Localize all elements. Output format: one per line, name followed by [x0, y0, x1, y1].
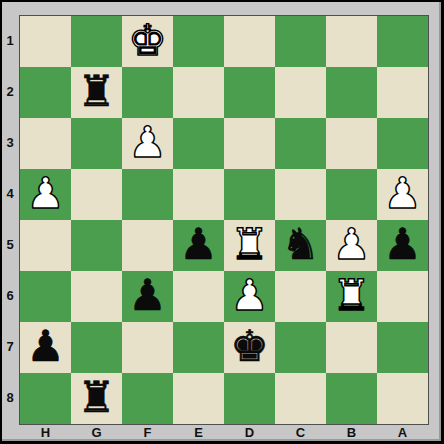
piece-black-pawn[interactable]: ♟ — [179, 219, 218, 270]
square-b7[interactable] — [326, 322, 377, 373]
square-b1[interactable] — [326, 16, 377, 67]
piece-white-pawn[interactable]: ♟ — [26, 168, 65, 219]
rank-label-1: 1 — [2, 15, 18, 66]
square-e8[interactable] — [173, 373, 224, 424]
square-c1[interactable] — [275, 16, 326, 67]
rank-label-8: 8 — [2, 372, 18, 423]
file-label-g: G — [71, 425, 122, 440]
square-d1[interactable] — [224, 16, 275, 67]
piece-white-rook[interactable]: ♜ — [230, 219, 269, 270]
square-b8[interactable] — [326, 373, 377, 424]
square-a3[interactable] — [377, 118, 428, 169]
rank-label-2: 2 — [2, 66, 18, 117]
square-h4[interactable]: ♟ — [20, 169, 71, 220]
square-e1[interactable] — [173, 16, 224, 67]
square-h3[interactable] — [20, 118, 71, 169]
square-f8[interactable] — [122, 373, 173, 424]
square-d5[interactable]: ♜ — [224, 220, 275, 271]
piece-black-rook[interactable]: ♜ — [77, 66, 116, 117]
piece-black-rook[interactable]: ♜ — [77, 372, 116, 423]
square-c7[interactable] — [275, 322, 326, 373]
square-f3[interactable]: ♟ — [122, 118, 173, 169]
square-h6[interactable] — [20, 271, 71, 322]
file-label-a: A — [377, 425, 428, 440]
square-g1[interactable] — [71, 16, 122, 67]
piece-white-rook[interactable]: ♜ — [332, 270, 371, 321]
square-b6[interactable]: ♜ — [326, 271, 377, 322]
file-label-b: B — [326, 425, 377, 440]
piece-black-pawn[interactable]: ♟ — [26, 321, 65, 372]
piece-white-pawn[interactable]: ♟ — [230, 270, 269, 321]
square-h7[interactable]: ♟ — [20, 322, 71, 373]
rank-label-7: 7 — [2, 321, 18, 372]
file-label-d: D — [224, 425, 275, 440]
square-f6[interactable]: ♟ — [122, 271, 173, 322]
square-b3[interactable] — [326, 118, 377, 169]
piece-black-king[interactable]: ♚ — [230, 321, 269, 372]
square-c2[interactable] — [275, 67, 326, 118]
square-h2[interactable] — [20, 67, 71, 118]
piece-black-knight[interactable]: ♞ — [281, 219, 320, 270]
rank-label-6: 6 — [2, 270, 18, 321]
square-g3[interactable] — [71, 118, 122, 169]
square-e7[interactable] — [173, 322, 224, 373]
square-e6[interactable] — [173, 271, 224, 322]
square-d6[interactable]: ♟ — [224, 271, 275, 322]
square-c8[interactable] — [275, 373, 326, 424]
square-f1[interactable]: ♚ — [122, 16, 173, 67]
square-f2[interactable] — [122, 67, 173, 118]
file-label-c: C — [275, 425, 326, 440]
rank-label-5: 5 — [2, 219, 18, 270]
rank-label-3: 3 — [2, 117, 18, 168]
square-a4[interactable]: ♟ — [377, 169, 428, 220]
square-d4[interactable] — [224, 169, 275, 220]
piece-white-pawn[interactable]: ♟ — [332, 219, 371, 270]
square-b2[interactable] — [326, 67, 377, 118]
square-a8[interactable] — [377, 373, 428, 424]
square-a2[interactable] — [377, 67, 428, 118]
piece-black-pawn[interactable]: ♟ — [383, 219, 422, 270]
file-label-e: E — [173, 425, 224, 440]
square-e5[interactable]: ♟ — [173, 220, 224, 271]
file-label-h: H — [20, 425, 71, 440]
square-e3[interactable] — [173, 118, 224, 169]
piece-white-king[interactable]: ♚ — [128, 15, 167, 66]
square-g7[interactable] — [71, 322, 122, 373]
chess-board: ♚♜♟♟♟♟♜♞♟♟♟♟♜♟♚♜ — [19, 15, 429, 425]
square-e2[interactable] — [173, 67, 224, 118]
square-f4[interactable] — [122, 169, 173, 220]
piece-white-pawn[interactable]: ♟ — [383, 168, 422, 219]
square-b4[interactable] — [326, 169, 377, 220]
square-a1[interactable] — [377, 16, 428, 67]
file-label-f: F — [122, 425, 173, 440]
square-g2[interactable]: ♜ — [71, 67, 122, 118]
square-d3[interactable] — [224, 118, 275, 169]
square-c6[interactable] — [275, 271, 326, 322]
piece-white-pawn[interactable]: ♟ — [128, 117, 167, 168]
square-a7[interactable] — [377, 322, 428, 373]
square-h1[interactable] — [20, 16, 71, 67]
square-f5[interactable] — [122, 220, 173, 271]
square-b5[interactable]: ♟ — [326, 220, 377, 271]
square-g6[interactable] — [71, 271, 122, 322]
square-h5[interactable] — [20, 220, 71, 271]
square-g4[interactable] — [71, 169, 122, 220]
square-g8[interactable]: ♜ — [71, 373, 122, 424]
square-c3[interactable] — [275, 118, 326, 169]
rank-label-4: 4 — [2, 168, 18, 219]
square-h8[interactable] — [20, 373, 71, 424]
square-d7[interactable]: ♚ — [224, 322, 275, 373]
square-a5[interactable]: ♟ — [377, 220, 428, 271]
square-c4[interactable] — [275, 169, 326, 220]
chess-diagram-frame: ♚♜♟♟♟♟♜♞♟♟♟♟♜♟♚♜ 12345678 HGFEDCBA — [0, 0, 444, 444]
square-d8[interactable] — [224, 373, 275, 424]
square-g5[interactable] — [71, 220, 122, 271]
square-a6[interactable] — [377, 271, 428, 322]
square-c5[interactable]: ♞ — [275, 220, 326, 271]
piece-black-pawn[interactable]: ♟ — [128, 270, 167, 321]
square-f7[interactable] — [122, 322, 173, 373]
square-d2[interactable] — [224, 67, 275, 118]
square-e4[interactable] — [173, 169, 224, 220]
